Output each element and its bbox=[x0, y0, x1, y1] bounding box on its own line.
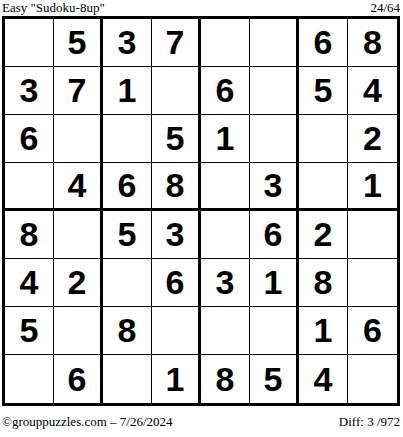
cell-r8c4-given: 1 bbox=[152, 355, 201, 403]
puzzle-page: Easy "Sudoku-8up" 24/64 5376837165465124… bbox=[0, 0, 402, 433]
cell-r1c3-given: 3 bbox=[103, 19, 152, 67]
cell-r6c4-given: 6 bbox=[152, 259, 201, 307]
cell-r1c6-empty[interactable] bbox=[250, 19, 299, 67]
cell-r4c1-empty[interactable] bbox=[5, 163, 54, 211]
cell-r8c3-empty[interactable] bbox=[103, 355, 152, 403]
cell-r3c7-empty[interactable] bbox=[299, 115, 348, 163]
cell-r2c7-given: 5 bbox=[299, 67, 348, 115]
cell-r1c5-empty[interactable] bbox=[201, 19, 250, 67]
cell-r5c2-empty[interactable] bbox=[54, 211, 103, 259]
cell-r2c6-empty[interactable] bbox=[250, 67, 299, 115]
copyright-text: ©grouppuzzles.com – 7/26/2024 bbox=[2, 415, 173, 429]
cell-r5c1-given: 8 bbox=[5, 211, 54, 259]
cell-r6c2-given: 2 bbox=[54, 259, 103, 307]
cell-r7c7-given: 1 bbox=[299, 307, 348, 355]
cell-r5c8-empty[interactable] bbox=[348, 211, 397, 259]
header: Easy "Sudoku-8up" 24/64 bbox=[2, 1, 400, 15]
puzzle-title: Easy "Sudoku-8up" bbox=[2, 1, 105, 15]
cell-r5c4-given: 3 bbox=[152, 211, 201, 259]
cell-r2c8-given: 4 bbox=[348, 67, 397, 115]
cell-r2c2-given: 7 bbox=[54, 67, 103, 115]
cell-r8c1-empty[interactable] bbox=[5, 355, 54, 403]
cell-r8c5-given: 8 bbox=[201, 355, 250, 403]
cell-r3c3-empty[interactable] bbox=[103, 115, 152, 163]
cell-r5c5-empty[interactable] bbox=[201, 211, 250, 259]
cell-r3c4-given: 5 bbox=[152, 115, 201, 163]
cell-r1c8-given: 8 bbox=[348, 19, 397, 67]
cell-r8c8-empty[interactable] bbox=[348, 355, 397, 403]
cell-r1c2-given: 5 bbox=[54, 19, 103, 67]
cell-r7c5-empty[interactable] bbox=[201, 307, 250, 355]
cell-r4c3-given: 6 bbox=[103, 163, 152, 211]
cell-r8c2-given: 6 bbox=[54, 355, 103, 403]
cell-r7c1-given: 5 bbox=[5, 307, 54, 355]
cell-r5c6-given: 6 bbox=[250, 211, 299, 259]
cell-r7c6-empty[interactable] bbox=[250, 307, 299, 355]
cell-r6c1-given: 4 bbox=[5, 259, 54, 307]
cell-r5c7-given: 2 bbox=[299, 211, 348, 259]
cell-r3c2-empty[interactable] bbox=[54, 115, 103, 163]
cell-r4c8-given: 1 bbox=[348, 163, 397, 211]
cell-r4c4-given: 8 bbox=[152, 163, 201, 211]
cell-r2c1-given: 3 bbox=[5, 67, 54, 115]
cell-r7c8-given: 6 bbox=[348, 307, 397, 355]
cell-r4c7-empty[interactable] bbox=[299, 163, 348, 211]
cell-r2c5-given: 6 bbox=[201, 67, 250, 115]
cell-r3c1-given: 6 bbox=[5, 115, 54, 163]
cell-r6c3-empty[interactable] bbox=[103, 259, 152, 307]
cell-r7c2-empty[interactable] bbox=[54, 307, 103, 355]
cell-r7c4-empty[interactable] bbox=[152, 307, 201, 355]
cell-r1c4-given: 7 bbox=[152, 19, 201, 67]
cell-r8c7-given: 4 bbox=[299, 355, 348, 403]
cell-r6c7-given: 8 bbox=[299, 259, 348, 307]
cell-r3c8-given: 2 bbox=[348, 115, 397, 163]
cell-r5c3-given: 5 bbox=[103, 211, 152, 259]
cell-r4c5-empty[interactable] bbox=[201, 163, 250, 211]
cell-r7c3-given: 8 bbox=[103, 307, 152, 355]
sudoku-board: 5376837165465124683185362426318581661854 bbox=[2, 16, 400, 406]
cell-r2c4-empty[interactable] bbox=[152, 67, 201, 115]
cell-r4c6-given: 3 bbox=[250, 163, 299, 211]
cell-r2c3-given: 1 bbox=[103, 67, 152, 115]
cell-r1c1-empty[interactable] bbox=[5, 19, 54, 67]
empty-cells-counter: 24/64 bbox=[370, 1, 400, 15]
cell-r3c6-empty[interactable] bbox=[250, 115, 299, 163]
cell-r6c8-empty[interactable] bbox=[348, 259, 397, 307]
cell-r6c6-given: 1 bbox=[250, 259, 299, 307]
cell-r1c7-given: 6 bbox=[299, 19, 348, 67]
cell-r3c5-given: 1 bbox=[201, 115, 250, 163]
cell-r4c2-given: 4 bbox=[54, 163, 103, 211]
difficulty-text: Diff: 3 /972 bbox=[339, 415, 400, 429]
cell-r8c6-given: 5 bbox=[250, 355, 299, 403]
footer: ©grouppuzzles.com – 7/26/2024 Diff: 3 /9… bbox=[2, 415, 400, 433]
cell-r6c5-given: 3 bbox=[201, 259, 250, 307]
